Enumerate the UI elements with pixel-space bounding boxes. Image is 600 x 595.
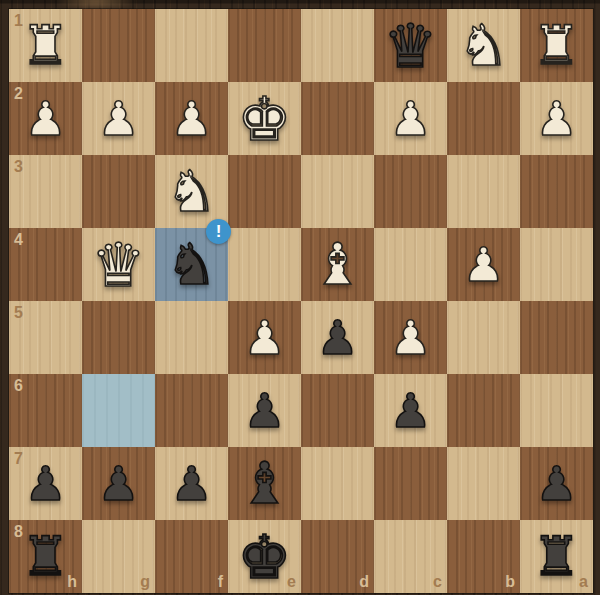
white-pawn-c5[interactable]: ♟ xyxy=(389,314,431,361)
square-h7[interactable]: 7♟ xyxy=(9,447,82,520)
white-pawn-a2[interactable]: ♟ xyxy=(535,95,577,142)
square-f5[interactable] xyxy=(155,301,228,374)
file-label-c: c xyxy=(433,574,442,590)
square-g1[interactable] xyxy=(82,9,155,82)
square-h4[interactable]: 4 xyxy=(9,228,82,301)
square-h8[interactable]: 8h♜ xyxy=(9,520,82,593)
white-rook-a1[interactable]: ♜ xyxy=(532,19,580,73)
square-h2[interactable]: 2♟ xyxy=(9,82,82,155)
square-f1[interactable] xyxy=(155,9,228,82)
white-pawn-g2[interactable]: ♟ xyxy=(97,95,139,142)
square-h3[interactable]: 3 xyxy=(9,155,82,228)
square-g4[interactable]: ♛ xyxy=(82,228,155,301)
square-b3[interactable] xyxy=(447,155,520,228)
square-h5[interactable]: 5 xyxy=(9,301,82,374)
square-e7[interactable]: ♝ xyxy=(228,447,301,520)
black-pawn-g7[interactable]: ♟ xyxy=(97,460,139,507)
square-c7[interactable] xyxy=(374,447,447,520)
black-pawn-f7[interactable]: ♟ xyxy=(170,460,212,507)
square-d1[interactable] xyxy=(301,9,374,82)
black-pawn-c6[interactable]: ♟ xyxy=(389,387,431,434)
square-d7[interactable] xyxy=(301,447,374,520)
square-g3[interactable] xyxy=(82,155,155,228)
square-c1[interactable]: ♛ xyxy=(374,9,447,82)
wood-table-background: 1♜♛♞♜2♟♟♟♚♟♟3♞4♛♞♝♟5♟♟♟6♟♟7♟♟♟♝♟8h♜gfe♚d… xyxy=(0,0,600,595)
square-d2[interactable] xyxy=(301,82,374,155)
square-f2[interactable]: ♟ xyxy=(155,82,228,155)
square-e3[interactable] xyxy=(228,155,301,228)
white-knight-b1[interactable]: ♞ xyxy=(458,17,509,74)
square-f7[interactable]: ♟ xyxy=(155,447,228,520)
black-queen-c1[interactable]: ♛ xyxy=(384,16,438,76)
rank-label-4: 4 xyxy=(14,232,23,248)
black-king-e8[interactable]: ♚ xyxy=(238,527,292,587)
square-f6[interactable] xyxy=(155,374,228,447)
square-g6[interactable] xyxy=(82,374,155,447)
square-b2[interactable] xyxy=(447,82,520,155)
square-a2[interactable]: ♟ xyxy=(520,82,593,155)
file-label-b: b xyxy=(505,574,515,590)
square-c3[interactable] xyxy=(374,155,447,228)
square-d4[interactable]: ♝ xyxy=(301,228,374,301)
rank-label-6: 6 xyxy=(14,378,23,394)
square-f3[interactable]: ♞ xyxy=(155,155,228,228)
white-pawn-h2[interactable]: ♟ xyxy=(24,95,66,142)
white-rook-h1[interactable]: ♜ xyxy=(21,19,69,73)
black-rook-h8[interactable]: ♜ xyxy=(21,530,69,584)
square-e1[interactable] xyxy=(228,9,301,82)
square-d8[interactable]: d xyxy=(301,520,374,593)
square-g8[interactable]: g xyxy=(82,520,155,593)
square-c5[interactable]: ♟ xyxy=(374,301,447,374)
black-knight-f4[interactable]: ♞ xyxy=(166,236,217,293)
black-pawn-d5[interactable]: ♟ xyxy=(316,314,358,361)
square-b4[interactable]: ♟ xyxy=(447,228,520,301)
square-e2[interactable]: ♚ xyxy=(228,82,301,155)
black-pawn-a7[interactable]: ♟ xyxy=(535,460,577,507)
white-pawn-f2[interactable]: ♟ xyxy=(170,95,212,142)
file-label-d: d xyxy=(359,574,369,590)
square-a5[interactable] xyxy=(520,301,593,374)
square-b8[interactable]: b xyxy=(447,520,520,593)
square-a4[interactable] xyxy=(520,228,593,301)
rank-label-2: 2 xyxy=(14,86,23,102)
square-a7[interactable]: ♟ xyxy=(520,447,593,520)
square-c6[interactable]: ♟ xyxy=(374,374,447,447)
white-bishop-d4[interactable]: ♝ xyxy=(312,236,363,293)
square-b5[interactable] xyxy=(447,301,520,374)
file-label-f: f xyxy=(218,574,223,590)
square-e4[interactable] xyxy=(228,228,301,301)
chess-board: 1♜♛♞♜2♟♟♟♚♟♟3♞4♛♞♝♟5♟♟♟6♟♟7♟♟♟♝♟8h♜gfe♚d… xyxy=(9,9,593,593)
black-bishop-e7[interactable]: ♝ xyxy=(239,455,290,512)
board-frame: 1♜♛♞♜2♟♟♟♚♟♟3♞4♛♞♝♟5♟♟♟6♟♟7♟♟♟♝♟8h♜gfe♚d… xyxy=(9,9,593,593)
file-label-g: g xyxy=(140,574,150,590)
white-king-e2[interactable]: ♚ xyxy=(238,89,292,149)
square-e5[interactable]: ♟ xyxy=(228,301,301,374)
square-a1[interactable]: ♜ xyxy=(520,9,593,82)
square-b6[interactable] xyxy=(447,374,520,447)
white-queen-g4[interactable]: ♛ xyxy=(92,235,146,295)
good-move-badge: ! xyxy=(206,219,231,244)
square-d5[interactable]: ♟ xyxy=(301,301,374,374)
rank-label-3: 3 xyxy=(14,159,23,175)
rank-label-7: 7 xyxy=(14,451,23,467)
square-e6[interactable]: ♟ xyxy=(228,374,301,447)
square-g2[interactable]: ♟ xyxy=(82,82,155,155)
white-pawn-e5[interactable]: ♟ xyxy=(243,314,285,361)
square-a6[interactable] xyxy=(520,374,593,447)
square-d3[interactable] xyxy=(301,155,374,228)
square-c4[interactable] xyxy=(374,228,447,301)
black-pawn-e6[interactable]: ♟ xyxy=(243,387,285,434)
square-d6[interactable] xyxy=(301,374,374,447)
square-a8[interactable]: a♜ xyxy=(520,520,593,593)
square-h6[interactable]: 6 xyxy=(9,374,82,447)
black-pawn-h7[interactable]: ♟ xyxy=(24,460,66,507)
square-f8[interactable]: f xyxy=(155,520,228,593)
square-b7[interactable] xyxy=(447,447,520,520)
square-a3[interactable] xyxy=(520,155,593,228)
white-knight-f3[interactable]: ♞ xyxy=(166,163,217,220)
rank-label-5: 5 xyxy=(14,305,23,321)
square-h1[interactable]: 1♜ xyxy=(9,9,82,82)
square-b1[interactable]: ♞ xyxy=(447,9,520,82)
white-pawn-b4[interactable]: ♟ xyxy=(462,241,504,288)
black-rook-a8[interactable]: ♜ xyxy=(532,530,580,584)
square-g7[interactable]: ♟ xyxy=(82,447,155,520)
square-e8[interactable]: e♚ xyxy=(228,520,301,593)
square-c2[interactable]: ♟ xyxy=(374,82,447,155)
square-c8[interactable]: c xyxy=(374,520,447,593)
square-g5[interactable] xyxy=(82,301,155,374)
white-pawn-c2[interactable]: ♟ xyxy=(389,95,431,142)
